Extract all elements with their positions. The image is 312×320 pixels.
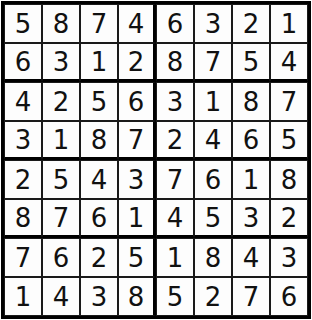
grid-cell-r3c1[interactable]: 4 (4, 82, 42, 121)
grid-cell-r8c2[interactable]: 4 (42, 277, 80, 316)
grid-cell-r7c6[interactable]: 8 (194, 238, 232, 277)
grid-cell-r7c7[interactable]: 4 (232, 238, 270, 277)
grid-cell-r8c3[interactable]: 3 (80, 277, 118, 316)
grid-cell-r6c3[interactable]: 6 (80, 199, 118, 238)
grid-cell-r3c8[interactable]: 7 (270, 82, 308, 121)
grid-cell-r5c5[interactable]: 7 (156, 160, 194, 199)
grid-cell-r7c1[interactable]: 7 (4, 238, 42, 277)
grid-cell-r4c7[interactable]: 6 (232, 121, 270, 160)
grid-cell-r8c1[interactable]: 1 (4, 277, 42, 316)
grid-cell-r1c3[interactable]: 7 (80, 4, 118, 43)
grid-cell-r1c5[interactable]: 6 (156, 4, 194, 43)
grid-cell-r4c4[interactable]: 7 (118, 121, 156, 160)
grid-cell-r3c2[interactable]: 2 (42, 82, 80, 121)
grid-cell-r7c8[interactable]: 3 (270, 238, 308, 277)
grid-cell-r1c8[interactable]: 1 (270, 4, 308, 43)
grid-cell-r4c8[interactable]: 5 (270, 121, 308, 160)
grid-cell-r1c1[interactable]: 5 (4, 4, 42, 43)
grid-cell-r8c6[interactable]: 2 (194, 277, 232, 316)
grid-cell-r4c6[interactable]: 4 (194, 121, 232, 160)
sudoku-board: 5874632163128754425631873187246525437618… (1, 1, 311, 319)
page: 5874632163128754425631873187246525437618… (0, 0, 312, 320)
grid-cell-r2c1[interactable]: 6 (4, 43, 42, 82)
grid-cell-r4c5[interactable]: 2 (156, 121, 194, 160)
grid-cell-r8c7[interactable]: 7 (232, 277, 270, 316)
grid-cell-r6c6[interactable]: 5 (194, 199, 232, 238)
grid-cell-r6c7[interactable]: 3 (232, 199, 270, 238)
grid-cell-r7c3[interactable]: 2 (80, 238, 118, 277)
grid-cell-r4c3[interactable]: 8 (80, 121, 118, 160)
grid-cell-r1c2[interactable]: 8 (42, 4, 80, 43)
grid-cell-r3c3[interactable]: 5 (80, 82, 118, 121)
grid-cell-r4c2[interactable]: 1 (42, 121, 80, 160)
grid-cell-r5c4[interactable]: 3 (118, 160, 156, 199)
grid-cell-r3c6[interactable]: 1 (194, 82, 232, 121)
grid-cell-r3c7[interactable]: 8 (232, 82, 270, 121)
grid-cell-r6c8[interactable]: 2 (270, 199, 308, 238)
grid-cell-r8c8[interactable]: 6 (270, 277, 308, 316)
grid-cell-r2c6[interactable]: 7 (194, 43, 232, 82)
grid-cell-r7c4[interactable]: 5 (118, 238, 156, 277)
grid-cell-r2c8[interactable]: 4 (270, 43, 308, 82)
grid-cell-r7c5[interactable]: 1 (156, 238, 194, 277)
grid-cell-r5c7[interactable]: 1 (232, 160, 270, 199)
grid-cell-r2c4[interactable]: 2 (118, 43, 156, 82)
grid-cell-r5c3[interactable]: 4 (80, 160, 118, 199)
grid-cell-r5c2[interactable]: 5 (42, 160, 80, 199)
grid-cell-r4c1[interactable]: 3 (4, 121, 42, 160)
grid-cell-r1c4[interactable]: 4 (118, 4, 156, 43)
grid-cell-r1c6[interactable]: 3 (194, 4, 232, 43)
grid-cell-r1c7[interactable]: 2 (232, 4, 270, 43)
grid-cell-r6c5[interactable]: 4 (156, 199, 194, 238)
grid-cell-r8c5[interactable]: 5 (156, 277, 194, 316)
grid-cell-r2c3[interactable]: 1 (80, 43, 118, 82)
grid-cell-r3c5[interactable]: 3 (156, 82, 194, 121)
grid-cell-r2c5[interactable]: 8 (156, 43, 194, 82)
grid-cell-r3c4[interactable]: 6 (118, 82, 156, 121)
grid-cell-r2c2[interactable]: 3 (42, 43, 80, 82)
grid-cell-r6c1[interactable]: 8 (4, 199, 42, 238)
grid-cell-r5c6[interactable]: 6 (194, 160, 232, 199)
grid-cell-r7c2[interactable]: 6 (42, 238, 80, 277)
grid-cell-r5c8[interactable]: 8 (270, 160, 308, 199)
grid-cell-r2c7[interactable]: 5 (232, 43, 270, 82)
grid-cell-r6c4[interactable]: 1 (118, 199, 156, 238)
grid-cell-r8c4[interactable]: 8 (118, 277, 156, 316)
grid-cell-r5c1[interactable]: 2 (4, 160, 42, 199)
grid-cell-r6c2[interactable]: 7 (42, 199, 80, 238)
